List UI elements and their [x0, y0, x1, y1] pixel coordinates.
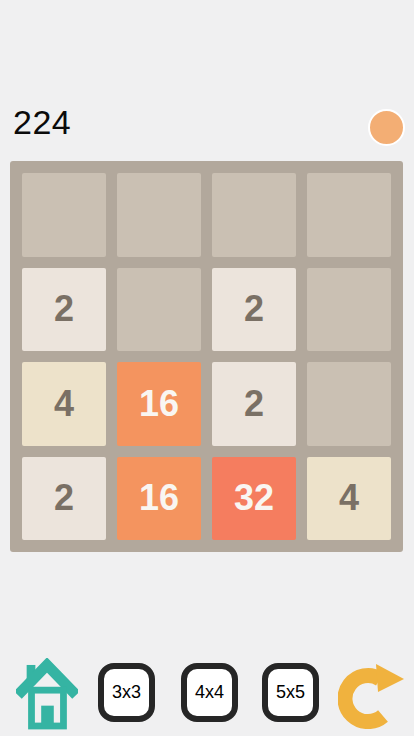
- game-board[interactable]: 224162216324: [10, 161, 403, 552]
- tile-4: 4: [307, 457, 391, 541]
- tile-2: 2: [22, 268, 106, 352]
- grid-size-label-3x3: 3x3: [112, 682, 141, 703]
- grid-size-button-5x5[interactable]: 5x5: [262, 663, 319, 722]
- game-screen: 224 224162216324 3x3 4x4 5x5: [0, 0, 414, 736]
- home-button[interactable]: [16, 658, 78, 732]
- board-grid: 224162216324: [22, 173, 391, 540]
- empty-cell: [117, 173, 201, 257]
- grid-size-label-5x5: 5x5: [276, 682, 305, 703]
- tile-2: 2: [22, 457, 106, 541]
- grid-size-button-3x3[interactable]: 3x3: [98, 663, 155, 722]
- tile-16: 16: [117, 362, 201, 446]
- grid-size-label-4x4: 4x4: [195, 682, 224, 703]
- tile-32: 32: [212, 457, 296, 541]
- restart-button[interactable]: [338, 660, 407, 729]
- tile-16: 16: [117, 457, 201, 541]
- home-icon: [16, 658, 78, 732]
- tile-2: 2: [212, 268, 296, 352]
- empty-cell: [307, 173, 391, 257]
- empty-cell: [307, 362, 391, 446]
- grid-size-button-4x4[interactable]: 4x4: [181, 663, 238, 722]
- tile-4: 4: [22, 362, 106, 446]
- empty-cell: [212, 173, 296, 257]
- empty-cell: [117, 268, 201, 352]
- tile-2: 2: [212, 362, 296, 446]
- empty-cell: [307, 268, 391, 352]
- restart-icon: [338, 660, 407, 729]
- score-value: 224: [13, 103, 71, 142]
- empty-cell: [22, 173, 106, 257]
- orange-circle-button[interactable]: [368, 109, 405, 146]
